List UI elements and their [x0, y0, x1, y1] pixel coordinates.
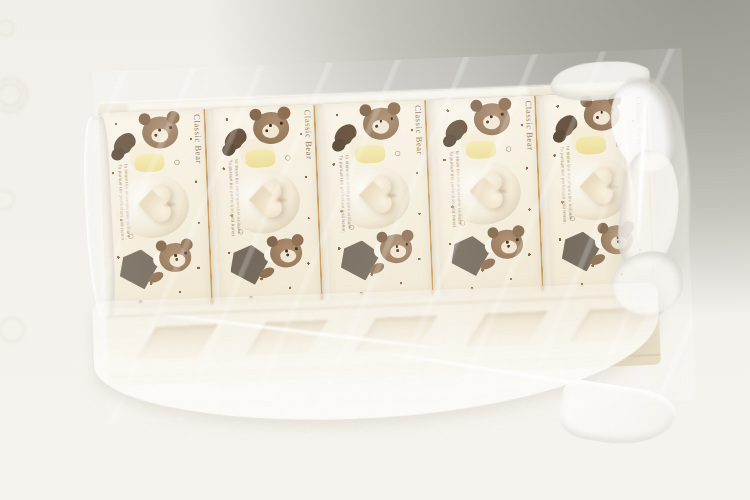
bear-shirt	[576, 136, 607, 155]
drawer-row: Classic Bear To pursue the perfection an…	[98, 91, 657, 309]
bear-illustration-bottom	[117, 241, 197, 300]
heart-cleft-shadow	[275, 198, 287, 201]
drawer-front-4: Classic Bear To pursue the perfection an…	[433, 95, 544, 295]
lace-curtain-texture	[0, 0, 36, 500]
bear-shirt	[466, 140, 497, 159]
brand-text: Classic Bear	[413, 105, 425, 155]
bear-eyes	[169, 126, 172, 129]
bear-shirt	[134, 153, 165, 172]
heart-cleft-shadow	[164, 203, 176, 206]
drawer-front-1: Classic Bear To pursue the perfection an…	[101, 109, 212, 309]
heart-handle	[451, 162, 517, 223]
photo-stage: Classic Bear To pursue the perfection an…	[0, 0, 750, 500]
bear-shirt	[355, 145, 386, 164]
bear-muzzle	[280, 249, 297, 263]
frame-recess	[135, 324, 218, 359]
bear-eyes	[280, 122, 283, 125]
bear-illustration-bottom	[448, 228, 528, 287]
frame-recess	[465, 311, 548, 346]
bear-eyes	[184, 252, 187, 255]
bear-eyes	[405, 243, 408, 246]
heart-handle	[119, 176, 185, 237]
heart-handle	[230, 171, 296, 232]
brand-text: Classic Bear	[524, 101, 536, 151]
brand-text: Classic Bear	[303, 109, 315, 159]
bear-shirt	[245, 149, 276, 168]
heart-cleft-shadow	[496, 189, 508, 192]
bear-illustration-bottom	[227, 237, 307, 296]
bear-eyes	[501, 113, 504, 116]
bear-illustration-bottom	[338, 232, 418, 291]
bear-eyes	[295, 247, 298, 250]
heart-cleft-shadow	[385, 194, 397, 197]
bear-eyes	[516, 238, 519, 241]
brand-text: Classic Bear	[192, 114, 204, 164]
heart-handle	[340, 167, 406, 228]
bear-eyes	[390, 117, 393, 120]
drawer-front-2: Classic Bear To pursue the perfection an…	[212, 104, 323, 304]
drawer-front-3: Classic Bear To pursue the perfection an…	[322, 100, 433, 300]
